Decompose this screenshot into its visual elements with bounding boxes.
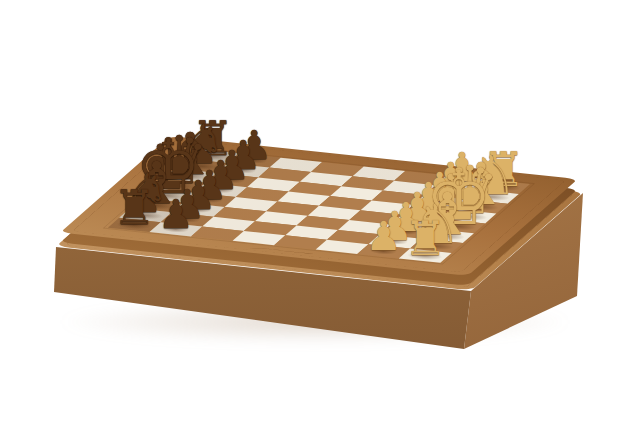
square-h1: ♜	[399, 249, 452, 263]
chess-set-photo: ♜♟♟♜♞♟♟♞♝♟♟♝♛♟♟♛♚♟♟♚♝♟♟♝♞♟♟♞♜♟♟♜	[0, 0, 631, 421]
piece-white-rook-h1: ♜	[404, 213, 447, 261]
piece-white-pawn-h2: ♟	[366, 216, 402, 256]
piece-black-rook-h8: ♜	[113, 183, 156, 231]
piece-black-pawn-h7: ♟	[158, 194, 194, 234]
